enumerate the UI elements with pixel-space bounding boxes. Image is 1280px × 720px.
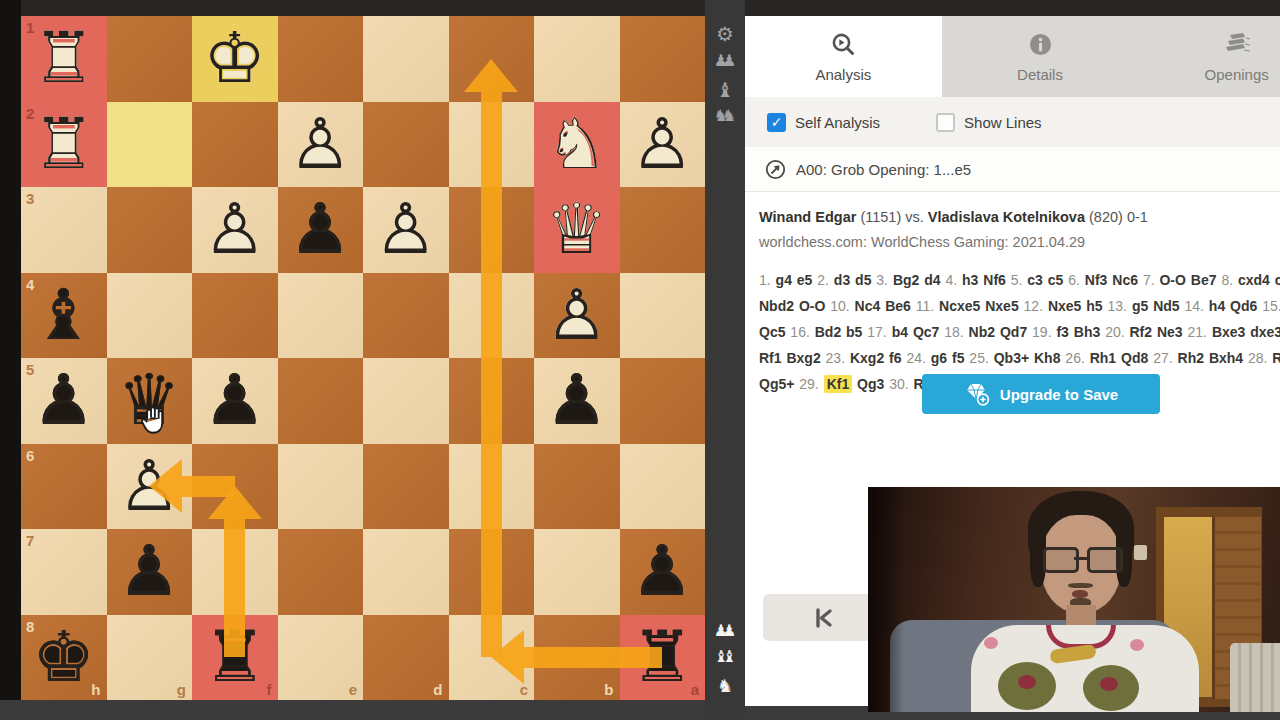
square-g3[interactable] [107,187,193,273]
move-number: 13. [1108,298,1132,314]
square-e4[interactable] [278,273,364,359]
white-pawn-b4[interactable]: ♟♙ [534,273,620,359]
tab-details[interactable]: Details [942,16,1139,97]
move-white-19[interactable]: f3 [1056,324,1068,340]
panel-tabs: Analysis Details Openings [745,16,1280,97]
square-d1[interactable] [363,16,449,102]
move-number: 2. [817,272,834,288]
knight-icon-bottom[interactable]: ♞ [705,675,745,696]
file-label-c: c [520,681,528,698]
black-player-name: Vladislava Kotelnikova [928,209,1085,225]
square-a2[interactable]: ♟♙ [620,102,706,188]
move-number: 18. [944,324,968,340]
white-pawn-g6[interactable]: ♟♙ [107,444,193,530]
square-f3[interactable]: ♟♙ [192,187,278,273]
move-number: 26. [1065,350,1089,366]
move-white-12[interactable]: Nxe5 [1048,298,1081,314]
opening-compass-icon [765,159,786,180]
white-pawn-e2[interactable]: ♟♙ [278,102,364,188]
move-white-1[interactable]: g4 [776,272,792,288]
move-white-6[interactable]: Nf3 [1085,272,1108,288]
move-black-8[interactable]: cxd4 [1275,272,1280,288]
square-g7[interactable]: ♟♙ [107,529,193,615]
white-king-f1[interactable]: ♚♔ [192,16,278,102]
move-black-27[interactable]: Bxh4 [1209,350,1243,366]
top-bar [0,0,1280,16]
square-d4[interactable] [363,273,449,359]
chess-board[interactable]: 1♜♖♚♔2♜♖♟♙♞♘♟♙3♟♙♟♙♟♙♛♕4♝♗♟♙5♟♙♛♕♟♙♟♙6♟♙… [21,16,705,700]
white-player-rating: (1151) [860,209,901,225]
move-black-17[interactable]: Qc7 [913,324,939,340]
move-white-20[interactable]: Rf2 [1129,324,1152,340]
game-header: Winand Edgar (1151) vs. Vladislava Kotel… [759,207,1280,253]
black-rook-f8[interactable]: ♜♖ [192,615,278,701]
move-number: 1. [759,272,776,288]
square-h4[interactable]: 4♝♗ [21,273,107,359]
vs-label: vs. [905,209,924,225]
self-analysis-label: Self Analysis [795,114,880,131]
square-a3[interactable] [620,187,706,273]
tab-analysis-label: Analysis [815,66,871,83]
move-number: 28. [1248,350,1272,366]
skip-to-start-icon [807,602,839,634]
move-white-25[interactable]: Qb3+ [994,350,1029,366]
move-black-29[interactable]: Qg3 [857,376,884,392]
move-number: 3. [876,272,893,288]
rank-label-7: 7 [26,532,34,549]
move-white-9[interactable]: Nbd2 [759,298,794,314]
black-pawn-e3[interactable]: ♟♙ [278,187,364,273]
move-black-7[interactable]: Be7 [1191,272,1217,288]
rank-label-8: 8 [26,618,34,635]
move-black-6[interactable]: Nc6 [1112,272,1138,288]
bishop-icon[interactable]: ♝ [705,78,745,102]
square-f8[interactable]: f♜♖ [192,615,278,701]
move-white-10[interactable]: Nc4 [855,298,881,314]
move-black-21[interactable]: dxe3 [1250,324,1280,340]
square-g1[interactable] [107,16,193,102]
knight-pair-icon[interactable]: ♞♞ [705,106,745,125]
square-b8[interactable]: b [534,615,620,701]
webcam-glasses-bridge [1074,557,1088,560]
board-squares: 1♜♖♚♔2♜♖♟♙♞♘♟♙3♟♙♟♙♟♙♛♕4♝♗♟♙5♟♙♛♕♟♙♟♙6♟♙… [21,16,705,700]
game-content: Winand Edgar (1151) vs. Vladislava Kotel… [745,192,1280,397]
square-e3[interactable]: ♟♙ [278,187,364,273]
square-d7[interactable] [363,529,449,615]
move-black-5[interactable]: c5 [1048,272,1064,288]
square-b1[interactable] [534,16,620,102]
move-black-15[interactable]: Qc5 [759,324,785,340]
move-number: 19. [1032,324,1056,340]
pawn-pair-icon-bottom[interactable]: ♟♟ [705,621,745,640]
square-d5[interactable] [363,358,449,444]
move-number: 30. [889,376,913,392]
square-b5[interactable]: ♟♙ [534,358,620,444]
black-pawn-f5[interactable]: ♟♙ [192,358,278,444]
move-number: 7. [1143,272,1160,288]
square-e7[interactable] [278,529,364,615]
move-number: 4. [945,272,962,288]
white-pawn-f3[interactable]: ♟♙ [192,187,278,273]
move-white-13[interactable]: g5 [1132,298,1148,314]
black-pawn-g7[interactable]: ♟♙ [107,529,193,615]
white-pawn-d3[interactable]: ♟♙ [363,187,449,273]
analysis-options-row: ✓ Self Analysis Show Lines [745,97,1280,147]
board-side-toolbar: ⚙♟♟♝♞♞♟♟♝♝♞ [705,0,745,720]
move-number: 11. [916,298,939,314]
rank-label-4: 4 [26,276,34,293]
move-number: 20. [1105,324,1129,340]
move-white-5[interactable]: c3 [1027,272,1043,288]
move-black-9[interactable]: O-O [799,298,825,314]
opening-classification-row: A00: Grob Opening: 1...e5 [745,147,1280,192]
webcam-chair [1230,643,1280,712]
gem-plus-icon [964,383,990,406]
square-a5[interactable] [620,358,706,444]
square-a6[interactable] [620,444,706,530]
go-to-start-button[interactable] [763,594,883,641]
square-h1[interactable]: 1♜♖ [21,16,107,102]
webcam-light-switch [1134,545,1147,560]
bishop-pair-icon-bottom[interactable]: ♝♝ [705,647,745,666]
square-d3[interactable]: ♟♙ [363,187,449,273]
square-h7[interactable]: 7 [21,529,107,615]
square-e5[interactable] [278,358,364,444]
board-left-margin [0,0,21,700]
move-number: 5. [1011,272,1028,288]
webcam-shirt-print [1100,677,1118,691]
square-e6[interactable] [278,444,364,530]
white-queen-b3[interactable]: ♛♕ [534,187,620,273]
square-b7[interactable] [534,529,620,615]
move-black-12[interactable]: h5 [1086,298,1102,314]
highlight-g2 [107,102,193,188]
info-icon [1027,31,1054,58]
square-c4[interactable] [449,273,535,359]
square-c8[interactable]: c [449,615,535,701]
upgrade-to-save-button[interactable]: Upgrade to Save [922,374,1160,414]
analysis-magnifier-icon [830,31,857,58]
webcam-mustache [1068,583,1093,588]
move-number: 23. [826,350,850,366]
chess-analysis-app: { "game": "chess", "position": { "fen": … [0,0,1280,720]
move-number: 17. [867,324,891,340]
square-e8[interactable]: e [278,615,364,701]
rank-label-1: 1 [26,19,34,36]
show-lines-checkbox[interactable] [936,113,955,132]
square-f2[interactable] [192,102,278,188]
game-result: 0-1 [1127,209,1148,225]
square-c3[interactable] [449,187,535,273]
move-number: 25. [969,350,993,366]
file-label-f: f [267,681,272,698]
move-white-4[interactable]: h3 [962,272,978,288]
move-number: 8. [1221,272,1238,288]
square-f6[interactable] [192,444,278,530]
move-black-4[interactable]: Nf6 [983,272,1006,288]
tab-analysis[interactable]: Analysis [745,16,942,97]
move-white-24[interactable]: g6 [931,350,947,366]
show-lines-label: Show Lines [964,114,1042,131]
move-black-25[interactable]: Kh8 [1034,350,1060,366]
square-h6[interactable]: 6 [21,444,107,530]
move-number: 12. [1024,298,1048,314]
rank-label-3: 3 [26,190,34,207]
move-white-8[interactable]: cxd4 [1238,272,1270,288]
move-number: 29. [799,376,823,392]
event-site-line: worldchess.com: WorldChess Gaming: 2021.… [759,232,1280,253]
webcam-glasses-left-lens [1043,547,1079,573]
file-label-h: h [91,681,100,698]
webcam-shirt-print [984,637,998,649]
move-number: 15. [1262,298,1280,314]
square-a8[interactable]: a♜♖ [620,615,706,701]
move-white-3[interactable]: Bg2 [893,272,919,288]
square-c2[interactable] [449,102,535,188]
move-white-18[interactable]: Nb2 [969,324,995,340]
black-pawn-b5[interactable]: ♟♙ [534,358,620,444]
square-h5[interactable]: 5♟♙ [21,358,107,444]
square-a7[interactable]: ♟♙ [620,529,706,615]
white-pawn-a2[interactable]: ♟♙ [620,102,706,188]
move-white-28[interactable]: Rah1 [1272,350,1280,366]
hand-cursor-icon [137,403,171,437]
move-number: 14. [1184,298,1208,314]
square-h3[interactable]: 3 [21,187,107,273]
move-white-17[interactable]: b4 [892,324,908,340]
square-b2[interactable]: ♞♘ [534,102,620,188]
move-black-22[interactable]: Bxg2 [786,350,820,366]
square-h8[interactable]: 8h♚♔ [21,615,107,701]
square-f5[interactable]: ♟♙ [192,358,278,444]
move-white-2[interactable]: d3 [834,272,850,288]
move-white-11[interactable]: Ncxe5 [939,298,980,314]
move-white-14[interactable]: h4 [1209,298,1225,314]
move-black-20[interactable]: Ne3 [1157,324,1183,340]
self-analysis-checkbox[interactable]: ✓ [767,113,786,132]
square-f4[interactable] [192,273,278,359]
square-d2[interactable] [363,102,449,188]
tab-openings[interactable]: Openings [1138,16,1280,97]
move-number: 24. [906,350,930,366]
pawn-pair-icon[interactable]: ♟♟ [705,51,745,70]
move-black-13[interactable]: Nd5 [1153,298,1179,314]
move-white-16[interactable]: Bd2 [815,324,841,340]
move-black-19[interactable]: Bh3 [1074,324,1100,340]
webcam-mouth [1072,590,1088,598]
webcam-glasses-right-lens [1087,547,1123,573]
square-d6[interactable] [363,444,449,530]
move-black-10[interactable]: Be6 [885,298,911,314]
move-white-26[interactable]: Rh1 [1090,350,1116,366]
black-player-rating: (820) [1089,209,1123,225]
square-e1[interactable] [278,16,364,102]
move-white-27[interactable]: Rh2 [1178,350,1204,366]
move-white-29[interactable]: Kf1 [824,375,853,393]
move-white-23[interactable]: Kxg2 [850,350,884,366]
webcam-overlay [868,487,1280,712]
move-black-11[interactable]: Nxe5 [985,298,1018,314]
rank-label-2: 2 [26,105,34,122]
square-g2[interactable] [107,102,193,188]
black-pawn-a7[interactable]: ♟♙ [620,529,706,615]
move-white-7[interactable]: O-O [1159,272,1185,288]
square-g8[interactable]: g [107,615,193,701]
square-h2[interactable]: 2♜♖ [21,102,107,188]
tab-openings-label: Openings [1205,66,1269,83]
file-label-e: e [349,681,357,698]
move-black-3[interactable]: d4 [924,272,940,288]
white-knight-b2[interactable]: ♞♘ [534,102,620,188]
square-f1[interactable]: ♚♔ [192,16,278,102]
square-c7[interactable] [449,529,535,615]
webcam-shirt-print [1130,639,1144,651]
move-number: 16. [790,324,814,340]
square-a4[interactable] [620,273,706,359]
openings-books-icon [1222,31,1252,58]
square-d8[interactable]: d [363,615,449,701]
move-black-16[interactable]: b5 [846,324,862,340]
move-white-21[interactable]: Bxe3 [1212,324,1245,340]
file-label-d: d [433,681,442,698]
file-label-g: g [177,681,186,698]
opening-name: A00: Grob Opening: 1...e5 [796,161,971,178]
move-number: 21. [1188,324,1212,340]
square-e2[interactable]: ♟♙ [278,102,364,188]
square-b3[interactable]: ♛♕ [534,187,620,273]
rank-label-5: 5 [26,361,34,378]
move-number: 10. [830,298,854,314]
move-black-18[interactable]: Qd7 [1000,324,1027,340]
tab-details-label: Details [1017,66,1063,83]
move-black-2[interactable]: d5 [855,272,871,288]
webcam-shadow [868,487,904,712]
settings-gear-icon[interactable]: ⚙ [705,22,745,46]
square-a1[interactable] [620,16,706,102]
move-black-28[interactable]: Qg5+ [759,376,794,392]
square-c6[interactable] [449,444,535,530]
move-black-24[interactable]: f5 [952,350,964,366]
file-label-b: b [604,681,613,698]
move-black-23[interactable]: f6 [889,350,901,366]
square-b6[interactable] [534,444,620,530]
move-number: 27. [1153,350,1177,366]
move-black-26[interactable]: Qd8 [1121,350,1148,366]
square-b4[interactable]: ♟♙ [534,273,620,359]
square-f7[interactable] [192,529,278,615]
square-c1[interactable] [449,16,535,102]
move-black-14[interactable]: Qd6 [1230,298,1257,314]
rank-label-6: 6 [26,447,34,464]
move-black-1[interactable]: e5 [797,272,813,288]
white-player-name: Winand Edgar [759,209,856,225]
square-g4[interactable] [107,273,193,359]
webcam-shirt-print [1018,675,1036,689]
square-g6[interactable]: ♟♙ [107,444,193,530]
move-white-22[interactable]: Rf1 [759,350,782,366]
square-c5[interactable] [449,358,535,444]
upgrade-button-label: Upgrade to Save [1000,386,1118,403]
file-label-a: a [691,681,699,698]
move-number: 6. [1068,272,1085,288]
